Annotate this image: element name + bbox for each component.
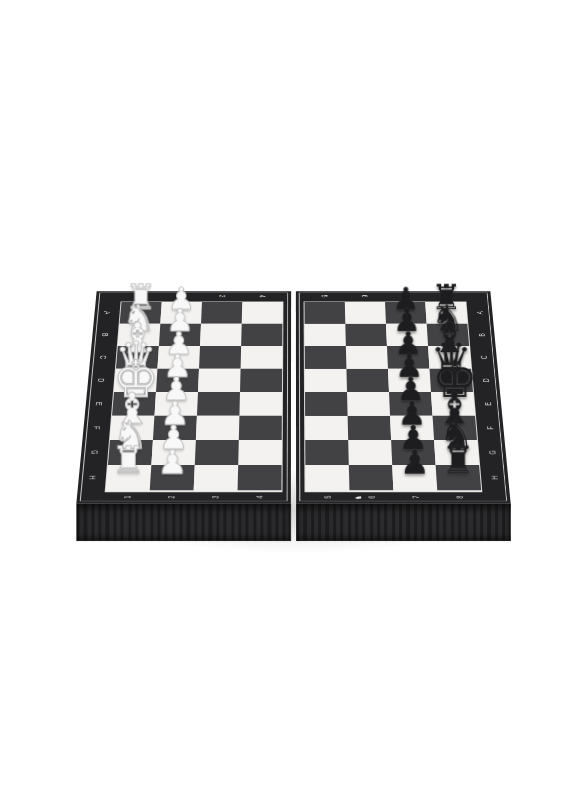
coord-label-4: 4 — [255, 286, 269, 307]
coord-label-a: A — [86, 309, 127, 316]
square-h8: ♜ — [435, 465, 481, 490]
square-h2: ♟ — [149, 465, 194, 490]
coord-label-6: 6 — [357, 286, 371, 307]
square-g6 — [348, 440, 392, 465]
square-f3 — [195, 416, 239, 440]
scene: 1234 ABCDEFGH ♜♟♞♟♝♟♛♟♚♟♝♟♞♟♜♟ 1234 5678… — [34, 120, 554, 720]
square-g3 — [194, 440, 238, 465]
playing-area-ranks-1-4: ♜♟♞♟♝♟♛♟♚♟♝♟♞♟♜♟ — [104, 301, 283, 492]
coord-label-1: 1 — [134, 286, 149, 307]
square-f6 — [347, 416, 391, 440]
coord-label-b: B — [461, 331, 503, 338]
square-c3 — [199, 346, 241, 369]
square-d6 — [346, 369, 389, 392]
board-right-half: 5678 ABCDEFGH ♟♜♟♞♟♝♟♛♟♚♟♝♟♞♟♜ 5678 ♞ — [295, 291, 510, 503]
square-h7: ♟ — [392, 465, 437, 490]
board-left-half: 1234 ABCDEFGH ♜♟♞♟♝♟♛♟♚♟♝♟♞♟♜♟ 1234 — [76, 291, 291, 503]
square-d3 — [198, 369, 241, 392]
square-e6 — [347, 392, 390, 416]
square-d4 — [240, 369, 282, 392]
square-f5 — [305, 416, 348, 440]
piece-black-rook-h8: ♜ — [436, 443, 480, 479]
square-c4 — [240, 346, 282, 369]
rank-labels-near-left: 1234 — [104, 493, 281, 502]
playing-area-ranks-5-8: ♟♜♟♞♟♝♟♛♟♚♟♝♟♞♟♜ — [303, 301, 482, 492]
rank-labels-near-right: 5678 — [305, 493, 482, 502]
coord-label-2: 2 — [174, 286, 189, 307]
coord-label-3: 3 — [215, 286, 229, 307]
box-base-left — [76, 503, 291, 541]
chess-board: 1234 ABCDEFGH ♜♟♞♟♝♟♛♟♚♟♝♟♞♟♜♟ 1234 5678… — [76, 291, 510, 503]
coord-label-b: B — [84, 331, 126, 338]
square-h5 — [305, 465, 349, 490]
piece-white-rook-h1: ♜ — [106, 443, 150, 479]
square-b6 — [345, 324, 387, 346]
square-h3 — [193, 465, 238, 490]
rank-labels-far-left: 1234 — [121, 293, 282, 300]
piece-white-pawn-h2: ♟ — [150, 447, 194, 479]
coord-label-8: 8 — [437, 286, 452, 307]
square-e4 — [239, 392, 282, 416]
box-base-right — [296, 503, 511, 541]
square-b5 — [304, 324, 345, 346]
square-c5 — [304, 346, 346, 369]
square-g5 — [305, 440, 349, 465]
coord-label-7: 7 — [397, 286, 412, 307]
square-c6 — [345, 346, 387, 369]
brand-knight-icon: ♞ — [351, 494, 364, 501]
square-b3 — [200, 324, 242, 346]
square-e3 — [196, 392, 239, 416]
square-e5 — [305, 392, 348, 416]
piece-black-pawn-h7: ♟ — [392, 447, 436, 479]
square-h1: ♜ — [105, 465, 151, 490]
rank-labels-far-right: 5678 — [304, 293, 465, 300]
square-h6 — [348, 465, 393, 490]
square-h4 — [237, 465, 281, 490]
square-f4 — [238, 416, 281, 440]
square-g4 — [238, 440, 282, 465]
square-d5 — [304, 369, 346, 392]
coord-label-a: A — [459, 309, 500, 316]
coord-label-5: 5 — [317, 286, 331, 307]
square-b4 — [241, 324, 282, 346]
